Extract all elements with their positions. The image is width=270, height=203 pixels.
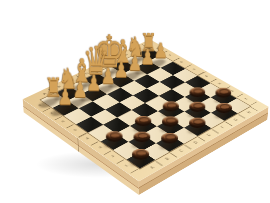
wooden-pawn-piece: ♟ — [127, 53, 142, 74]
wooden-pawn-piece: ♟ — [86, 72, 101, 94]
dark-checker-piece — [135, 116, 152, 126]
dark-checker-piece — [106, 131, 123, 142]
dark-checker-piece — [132, 149, 149, 160]
coordinate-label: G — [231, 117, 241, 123]
board-squares: ♜♞♝♛♚♝♞♜♟♟♟♟♟♟♟♟ — [41, 48, 250, 168]
wooden-pawn-piece: ♟ — [100, 66, 115, 87]
coordinate-label: 4 — [84, 136, 94, 142]
dark-checker-piece — [189, 87, 205, 97]
wooden-pawn-piece: ♟ — [72, 79, 87, 101]
wooden-pawn-piece: ♟ — [114, 59, 129, 80]
wooden-pawn-piece: ♟ — [140, 47, 155, 68]
coordinate-label: 6 — [60, 120, 70, 126]
board-square — [119, 95, 145, 110]
coordinate-label: 4 — [203, 75, 212, 80]
dark-checker-piece — [163, 101, 179, 111]
dark-checker-piece — [189, 117, 206, 127]
coordinate-label: F — [217, 125, 227, 131]
wooden-pawn-piece: ♟ — [58, 86, 74, 108]
coordinate-label: 5 — [72, 128, 82, 134]
coordinate-label: A — [147, 164, 158, 171]
coordinate-label: 2 — [110, 154, 120, 161]
dark-checker-piece — [133, 132, 150, 143]
chess-board: ABCDEFGH ABCDEFGH 87654321 87654321 ♜♞♝♛… — [23, 39, 269, 181]
coordinate-label: 3 — [216, 82, 226, 87]
coordinate-label: 5 — [191, 67, 200, 72]
coordinate-label: 6 — [179, 60, 188, 65]
photo-scene: ABCDEFGH ABCDEFGH 87654321 87654321 ♜♞♝♛… — [0, 0, 270, 203]
coordinate-label: H — [244, 110, 254, 116]
dark-checker-piece — [161, 133, 178, 144]
product-photo: ABCDEFGH ABCDEFGH 87654321 87654321 ♜♞♝♛… — [0, 0, 270, 203]
coordinate-label: D — [190, 140, 200, 146]
coordinate-label: E — [204, 132, 214, 138]
coordinate-label: 1 — [243, 97, 253, 103]
coordinate-label: B — [162, 156, 173, 162]
dark-checker-piece — [216, 103, 232, 113]
coordinate-label: C — [176, 148, 186, 154]
dark-checker-piece — [189, 102, 205, 112]
dark-checker-piece — [215, 88, 231, 98]
dark-checker-piece — [162, 117, 179, 127]
